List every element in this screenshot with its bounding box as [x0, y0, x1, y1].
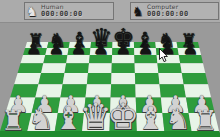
piece-black-pawn[interactable]: ♟ — [182, 40, 199, 57]
square-b4[interactable] — [38, 73, 64, 84]
status-bar: ♞ Human 000:00:00 ♞ Computer 000:00:00 — [0, 0, 220, 23]
square-a4[interactable] — [14, 73, 41, 84]
piece-black-pawn[interactable]: ♟ — [115, 40, 132, 57]
square-h5[interactable] — [180, 63, 205, 73]
player-clock-computer: 000:00:00 — [147, 11, 189, 18]
piece-black-pawn[interactable]: ♟ — [137, 40, 154, 57]
black-knight-icon: ♞ — [132, 5, 145, 18]
mouse-cursor — [159, 48, 170, 64]
player-panel-human: ♞ Human 000:00:00 — [24, 2, 114, 20]
square-f4[interactable] — [135, 73, 160, 84]
square-e5[interactable] — [112, 63, 135, 73]
square-h4[interactable] — [182, 73, 208, 84]
piece-black-pawn[interactable]: ♟ — [92, 40, 109, 57]
piece-white-rook[interactable]: ♜ — [192, 107, 219, 134]
piece-white-knight[interactable]: ♞ — [164, 105, 193, 134]
piece-black-pawn[interactable]: ♟ — [25, 40, 42, 57]
piece-black-pawn[interactable]: ♟ — [48, 40, 65, 57]
square-a5[interactable] — [18, 63, 44, 73]
piece-black-pawn[interactable]: ♟ — [70, 40, 87, 57]
square-c4[interactable] — [63, 73, 88, 84]
player-panel-computer: ♞ Computer 000:00:00 — [130, 2, 219, 20]
square-f5[interactable] — [135, 63, 159, 73]
square-b5[interactable] — [41, 63, 66, 73]
piece-white-knight[interactable]: ♞ — [26, 105, 55, 134]
square-d4[interactable] — [87, 73, 112, 84]
player-clock-human: 000:00:00 — [41, 11, 83, 18]
white-knight-icon: ♞ — [26, 5, 39, 18]
square-d5[interactable] — [88, 63, 112, 73]
square-c5[interactable] — [65, 63, 90, 73]
chess-app-window: ♜♞♝♛♚♝♞♜♟♟♟♟♟♟♟♟♟♟♟♟♟♟♟♟♜♞♝♛♚♝♞♜ ♞ Human… — [0, 0, 220, 137]
square-g4[interactable] — [158, 73, 183, 84]
square-g5[interactable] — [157, 63, 181, 73]
piece-white-rook[interactable]: ♜ — [0, 107, 27, 134]
square-e4[interactable] — [111, 73, 135, 84]
piece-white-bishop[interactable]: ♝ — [135, 103, 166, 134]
